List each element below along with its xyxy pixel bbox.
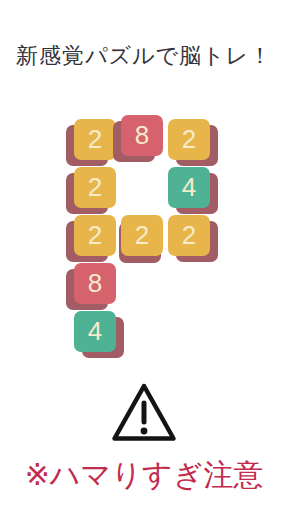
tile-r3c1[interactable]: 2	[74, 215, 116, 256]
tile-r4c1[interactable]: 8	[74, 263, 116, 304]
promo-screen: 新感覚パズルで脳トレ！ 2822422284 ※ハマりすぎ注意	[0, 0, 288, 512]
tile-r1c1[interactable]: 2	[74, 119, 116, 160]
tile-r2c1[interactable]: 2	[74, 167, 116, 208]
tile-r5c1[interactable]: 4	[74, 311, 116, 352]
warning-caption: ※ハマりすぎ注意	[0, 456, 288, 494]
tile-r1c3[interactable]: 2	[168, 119, 210, 160]
tile-r3c2[interactable]: 2	[121, 215, 163, 256]
tile-r2c3[interactable]: 4	[168, 167, 210, 208]
warning-triangle-icon	[109, 381, 179, 447]
tile-r3c3[interactable]: 2	[168, 215, 210, 256]
tile-r1c2[interactable]: 8	[121, 115, 163, 156]
